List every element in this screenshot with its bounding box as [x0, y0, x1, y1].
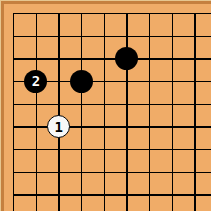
white-stone[interactable]: 1: [47, 115, 70, 138]
go-board-diagram: 21: [0, 0, 211, 211]
board-grid[interactable]: 21: [2, 2, 206, 206]
black-stone[interactable]: [70, 70, 93, 93]
black-stone[interactable]: 2: [24, 70, 47, 93]
black-stone[interactable]: [115, 47, 138, 70]
